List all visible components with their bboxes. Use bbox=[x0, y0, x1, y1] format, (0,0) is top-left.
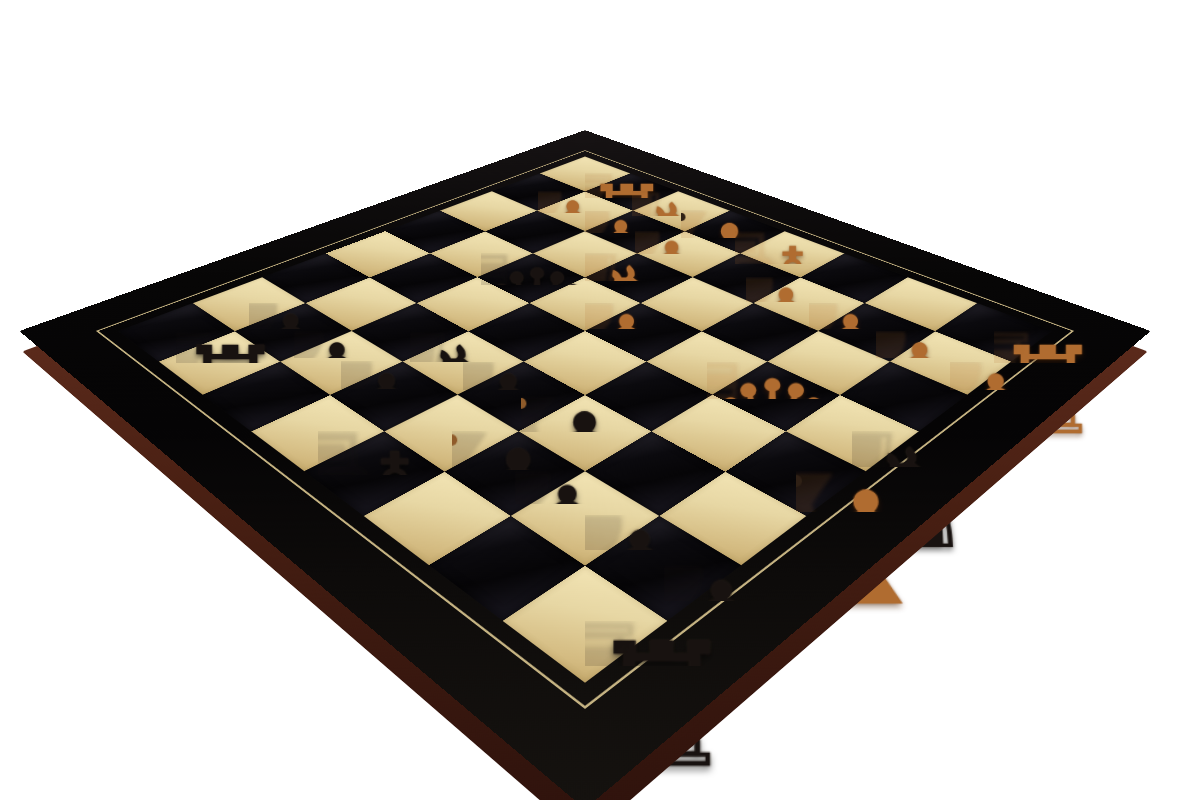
square-d3[interactable] bbox=[641, 277, 753, 331]
board-grid: ♜♜♞♞♝♝♚♚♜♜♟♟♟♟♟♟♟♟♟♟♟♟♟♟♞♞♛♛♟♟♛♛♞♞♝♝♞♞♟♟… bbox=[118, 156, 1051, 682]
bishop-finial-dot bbox=[790, 475, 802, 487]
square-f3[interactable]: ♞♞ bbox=[533, 231, 637, 277]
chess-photo-scene: ♜♜♞♞♝♝♚♚♜♜♟♟♟♟♟♟♟♟♟♟♟♟♟♟♞♞♛♛♟♟♛♛♞♞♝♝♞♞♟♟… bbox=[0, 0, 1200, 800]
bishop-finial-dot bbox=[446, 435, 457, 446]
rook-reflection: ♜ bbox=[508, 596, 662, 768]
chess-board: ♜♜♞♞♝♝♚♚♜♜♟♟♟♟♟♟♟♟♟♟♟♟♟♟♞♞♛♛♟♟♛♛♞♞♝♝♞♞♟♟… bbox=[19, 130, 1150, 800]
